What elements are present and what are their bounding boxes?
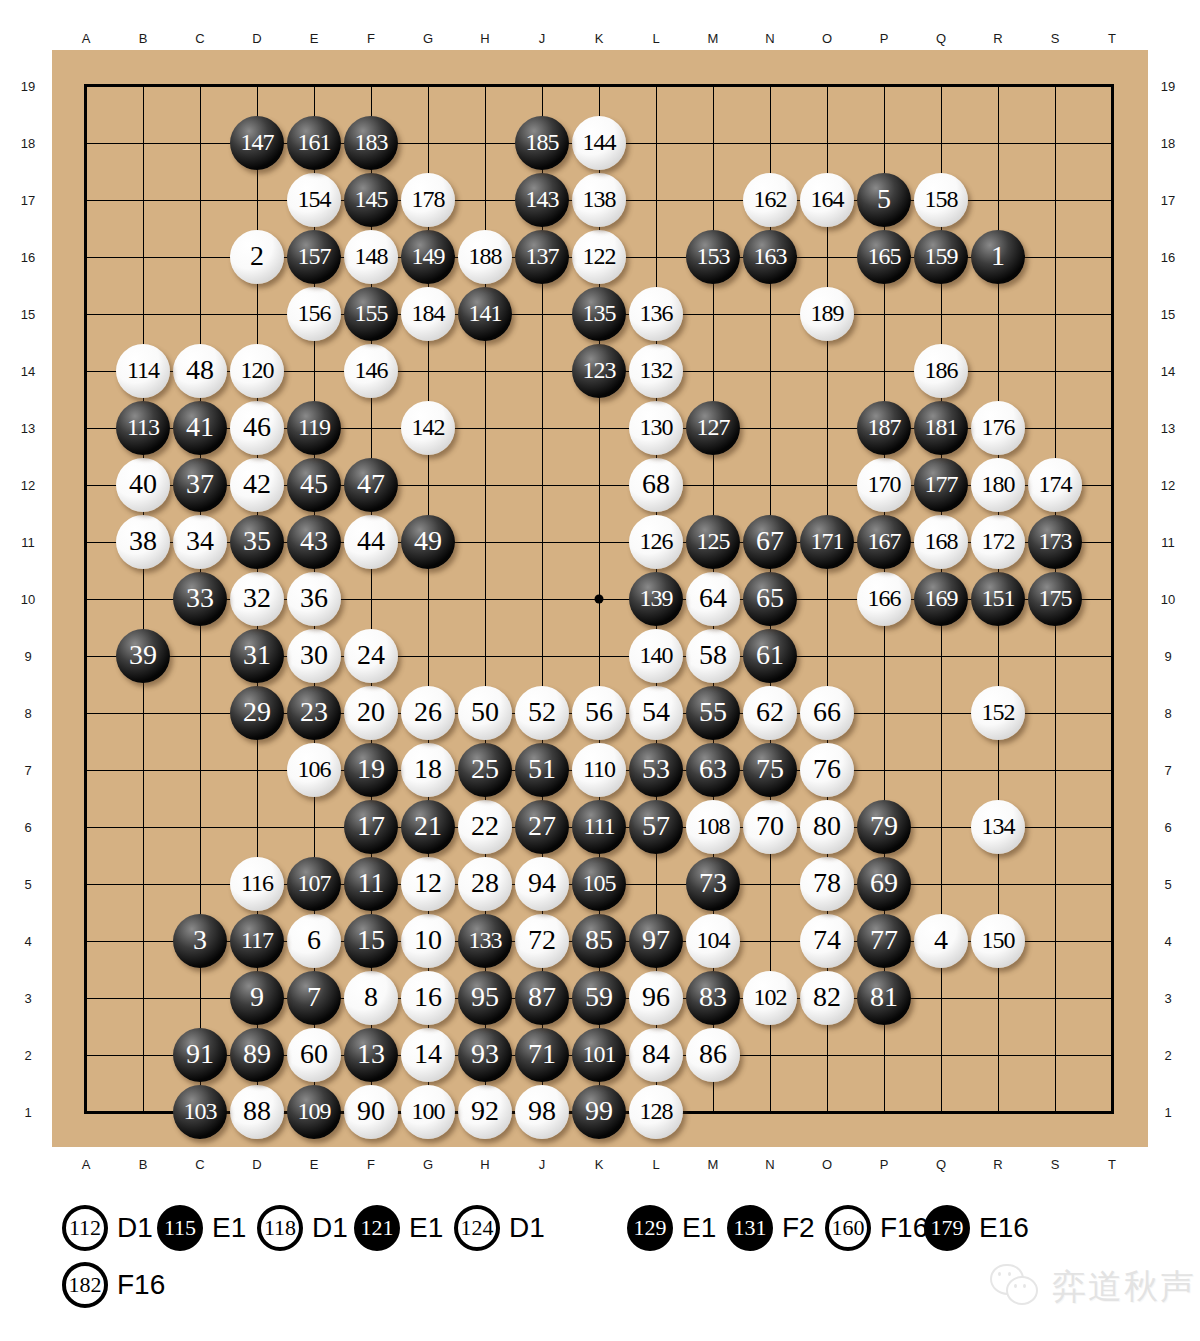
stone-L2-white: 84 [629, 1028, 683, 1082]
coord-label-bottom: C [195, 1157, 204, 1172]
stone-move-number: 49 [414, 527, 442, 555]
coord-label-bottom: S [1051, 1157, 1060, 1172]
stone-move-number: 88 [243, 1097, 271, 1125]
coord-label-top: J [539, 31, 546, 46]
coord-label-bottom: G [423, 1157, 433, 1172]
coord-label-top: L [652, 31, 659, 46]
stone-move-number: 175 [1039, 586, 1072, 610]
stone-F9-white: 24 [344, 629, 398, 683]
stone-move-number: 126 [640, 529, 673, 553]
stone-B14-white: 114 [116, 344, 170, 398]
stone-move-number: 125 [697, 529, 730, 553]
stone-move-number: 19 [357, 755, 385, 783]
stone-move-number: 162 [754, 187, 787, 211]
stone-move-number: 169 [925, 586, 958, 610]
coord-label-top: K [595, 31, 604, 46]
stone-move-number: 48 [186, 356, 214, 384]
stone-G2-white: 14 [401, 1028, 455, 1082]
coord-label-right: 10 [1161, 592, 1175, 607]
coord-label-top: F [367, 31, 375, 46]
coord-label-right: 3 [1164, 991, 1171, 1006]
stone-move-number: 104 [697, 928, 730, 952]
stone-M16-black: 153 [686, 230, 740, 284]
caption-coord-label: F16 [880, 1212, 928, 1244]
caption-coord-label: D1 [509, 1212, 545, 1244]
stone-move-number: 105 [583, 871, 616, 895]
coord-label-left: 12 [21, 478, 35, 493]
caption-coord-label: F16 [117, 1269, 165, 1301]
stone-N6-white: 70 [743, 800, 797, 854]
coord-label-bottom: M [708, 1157, 719, 1172]
stone-G4-white: 10 [401, 914, 455, 968]
watermark: 弈道秋声 [988, 1264, 1196, 1310]
caption-coord-label: E1 [212, 1212, 246, 1244]
stone-move-number: 165 [868, 244, 901, 268]
stone-C1-black: 103 [173, 1085, 227, 1139]
stone-move-number: 89 [243, 1040, 271, 1068]
stone-move-number: 109 [298, 1099, 331, 1123]
stone-move-number: 18 [414, 755, 442, 783]
stone-D14-white: 120 [230, 344, 284, 398]
stone-move-number: 137 [526, 244, 559, 268]
stone-move-number: 152 [982, 700, 1015, 724]
stone-K17-white: 138 [572, 173, 626, 227]
coord-label-left: 17 [21, 193, 35, 208]
caption-stone-124: 124 [454, 1205, 500, 1251]
stone-O17-white: 164 [800, 173, 854, 227]
stone-move-number: 178 [412, 187, 445, 211]
coord-label-left: 19 [21, 79, 35, 94]
coord-label-top: G [423, 31, 433, 46]
stone-K15-black: 135 [572, 287, 626, 341]
stone-E4-white: 6 [287, 914, 341, 968]
stone-E18-black: 161 [287, 116, 341, 170]
stone-N11-black: 67 [743, 515, 797, 569]
stone-K8-white: 56 [572, 686, 626, 740]
stone-D1-white: 88 [230, 1085, 284, 1139]
stone-O8-white: 66 [800, 686, 854, 740]
stone-F2-black: 13 [344, 1028, 398, 1082]
stone-D9-black: 31 [230, 629, 284, 683]
stone-move-number: 123 [583, 358, 616, 382]
stone-move-number: 55 [699, 698, 727, 726]
stone-move-number: 57 [642, 812, 670, 840]
stone-move-number: 84 [642, 1040, 670, 1068]
stone-move-number: 146 [355, 358, 388, 382]
stone-move-number: 72 [528, 926, 556, 954]
stone-move-number: 34 [186, 527, 214, 555]
stone-move-number: 159 [925, 244, 958, 268]
stone-move-number: 22 [471, 812, 499, 840]
stone-move-number: 4 [934, 926, 948, 954]
stone-move-number: 15 [357, 926, 385, 954]
coord-label-left: 15 [21, 307, 35, 322]
coord-label-top: S [1051, 31, 1060, 46]
coord-label-left: 6 [24, 820, 31, 835]
stone-move-number: 75 [756, 755, 784, 783]
stone-E15-white: 156 [287, 287, 341, 341]
coord-label-top: T [1108, 31, 1116, 46]
stone-C11-white: 34 [173, 515, 227, 569]
stone-H16-white: 188 [458, 230, 512, 284]
stone-H4-black: 133 [458, 914, 512, 968]
stone-L9-white: 140 [629, 629, 683, 683]
stone-M2-white: 86 [686, 1028, 740, 1082]
stone-J8-white: 52 [515, 686, 569, 740]
coord-label-bottom: H [480, 1157, 489, 1172]
stone-move-number: 140 [640, 643, 673, 667]
stone-move-number: 101 [583, 1042, 616, 1066]
stone-move-number: 28 [471, 869, 499, 897]
stone-move-number: 61 [756, 641, 784, 669]
stone-K6-black: 111 [572, 800, 626, 854]
watermark-text: 弈道秋声 [1052, 1264, 1196, 1310]
stone-move-number: 157 [298, 244, 331, 268]
stone-E5-black: 107 [287, 857, 341, 911]
coord-label-bottom: B [139, 1157, 148, 1172]
stone-move-number: 90 [357, 1097, 385, 1125]
stone-move-number: 43 [300, 527, 328, 555]
stone-M7-black: 63 [686, 743, 740, 797]
stone-P12-white: 170 [857, 458, 911, 512]
stone-move-number: 163 [754, 244, 787, 268]
coord-label-left: 10 [21, 592, 35, 607]
stone-move-number: 25 [471, 755, 499, 783]
stone-move-number: 81 [870, 983, 898, 1011]
stone-J5-white: 94 [515, 857, 569, 911]
stone-O4-white: 74 [800, 914, 854, 968]
stone-move-number: 8 [364, 983, 378, 1011]
stone-F1-white: 90 [344, 1085, 398, 1139]
stone-move-number: 108 [697, 814, 730, 838]
stone-G16-black: 149 [401, 230, 455, 284]
stone-move-number: 103 [184, 1099, 217, 1123]
stone-move-number: 180 [982, 472, 1015, 496]
stone-move-number: 71 [528, 1040, 556, 1068]
stone-K2-black: 101 [572, 1028, 626, 1082]
stone-L7-black: 53 [629, 743, 683, 797]
stone-move-number: 2 [250, 242, 264, 270]
caption-coord-label: D1 [312, 1212, 348, 1244]
stone-S11-black: 173 [1028, 515, 1082, 569]
caption-stone-118: 118 [257, 1205, 303, 1251]
stone-move-number: 97 [642, 926, 670, 954]
stone-S10-black: 175 [1028, 572, 1082, 626]
stone-P13-black: 187 [857, 401, 911, 455]
stone-F18-black: 183 [344, 116, 398, 170]
stone-E17-white: 154 [287, 173, 341, 227]
stone-move-number: 134 [982, 814, 1015, 838]
stone-move-number: 116 [241, 871, 273, 895]
stone-L6-black: 57 [629, 800, 683, 854]
coord-label-left: 14 [21, 364, 35, 379]
stone-move-number: 176 [982, 415, 1015, 439]
stone-E16-black: 157 [287, 230, 341, 284]
stone-P11-black: 167 [857, 515, 911, 569]
stone-move-number: 36 [300, 584, 328, 612]
coord-label-bottom: L [652, 1157, 659, 1172]
stone-E13-black: 119 [287, 401, 341, 455]
stone-L15-white: 136 [629, 287, 683, 341]
stone-move-number: 64 [699, 584, 727, 612]
stone-D11-black: 35 [230, 515, 284, 569]
stone-O11-black: 171 [800, 515, 854, 569]
stone-move-number: 82 [813, 983, 841, 1011]
stone-move-number: 171 [811, 529, 844, 553]
stone-move-number: 167 [868, 529, 901, 553]
stone-move-number: 83 [699, 983, 727, 1011]
stone-move-number: 183 [355, 130, 388, 154]
stone-move-number: 20 [357, 698, 385, 726]
stone-move-number: 122 [583, 244, 616, 268]
stone-L14-white: 132 [629, 344, 683, 398]
star-point-K10 [595, 595, 604, 604]
stone-move-number: 102 [754, 985, 787, 1009]
coord-label-top: A [82, 31, 91, 46]
stone-E10-white: 36 [287, 572, 341, 626]
stone-G3-white: 16 [401, 971, 455, 1025]
stone-move-number: 77 [870, 926, 898, 954]
stone-move-number: 95 [471, 983, 499, 1011]
stone-move-number: 6 [307, 926, 321, 954]
stone-move-number: 114 [127, 358, 159, 382]
stone-R10-black: 151 [971, 572, 1025, 626]
stone-move-number: 63 [699, 755, 727, 783]
stone-C13-black: 41 [173, 401, 227, 455]
stone-move-number: 170 [868, 472, 901, 496]
stone-C10-black: 33 [173, 572, 227, 626]
stone-move-number: 16 [414, 983, 442, 1011]
coord-label-left: 1 [24, 1105, 31, 1120]
coord-label-top: P [880, 31, 889, 46]
stone-N10-black: 65 [743, 572, 797, 626]
coord-label-right: 18 [1161, 136, 1175, 151]
caption-coord-label: E1 [682, 1212, 716, 1244]
stone-J3-black: 87 [515, 971, 569, 1025]
stone-M10-white: 64 [686, 572, 740, 626]
stone-F7-black: 19 [344, 743, 398, 797]
stone-move-number: 145 [355, 187, 388, 211]
caption-stone-121: 121 [354, 1205, 400, 1251]
stone-L12-white: 68 [629, 458, 683, 512]
stone-move-number: 60 [300, 1040, 328, 1068]
stone-move-number: 156 [298, 301, 331, 325]
stone-F12-black: 47 [344, 458, 398, 512]
stone-move-number: 68 [642, 470, 670, 498]
stone-move-number: 13 [357, 1040, 385, 1068]
stone-B13-black: 113 [116, 401, 170, 455]
stone-L13-white: 130 [629, 401, 683, 455]
stone-K14-black: 123 [572, 344, 626, 398]
stone-move-number: 136 [640, 301, 673, 325]
stone-H2-black: 93 [458, 1028, 512, 1082]
coord-label-right: 14 [1161, 364, 1175, 379]
stone-move-number: 23 [300, 698, 328, 726]
stone-N8-white: 62 [743, 686, 797, 740]
stone-E12-black: 45 [287, 458, 341, 512]
stone-R4-white: 150 [971, 914, 1025, 968]
stone-Q13-black: 181 [914, 401, 968, 455]
coord-label-right: 19 [1161, 79, 1175, 94]
stone-move-number: 144 [583, 130, 616, 154]
stone-O3-white: 82 [800, 971, 854, 1025]
coord-label-left: 11 [21, 535, 35, 550]
stone-move-number: 1 [991, 242, 1005, 270]
stone-E1-black: 109 [287, 1085, 341, 1139]
stone-R11-white: 172 [971, 515, 1025, 569]
caption-coord-label: F2 [782, 1212, 815, 1244]
caption-coord-label: D1 [117, 1212, 153, 1244]
stone-E11-black: 43 [287, 515, 341, 569]
coord-label-right: 11 [1161, 535, 1175, 550]
stone-N9-black: 61 [743, 629, 797, 683]
stone-O5-white: 78 [800, 857, 854, 911]
stone-C4-black: 3 [173, 914, 227, 968]
stone-G1-white: 100 [401, 1085, 455, 1139]
coord-label-right: 13 [1161, 421, 1175, 436]
page: { "game": "go", "board": { "size": 19, "… [0, 0, 1200, 1341]
stone-J4-white: 72 [515, 914, 569, 968]
stone-move-number: 29 [243, 698, 271, 726]
coord-label-left: 13 [21, 421, 35, 436]
coord-label-bottom: N [765, 1157, 774, 1172]
stone-move-number: 130 [640, 415, 673, 439]
stone-S12-white: 174 [1028, 458, 1082, 512]
stone-D18-black: 147 [230, 116, 284, 170]
stone-move-number: 119 [298, 415, 330, 439]
stone-E8-black: 23 [287, 686, 341, 740]
stone-F4-black: 15 [344, 914, 398, 968]
caption-stone-129: 129 [627, 1205, 673, 1251]
stone-P16-black: 165 [857, 230, 911, 284]
stone-M9-white: 58 [686, 629, 740, 683]
stone-P10-white: 166 [857, 572, 911, 626]
stone-move-number: 172 [982, 529, 1015, 553]
stone-move-number: 56 [585, 698, 613, 726]
stone-P3-black: 81 [857, 971, 911, 1025]
stone-move-number: 128 [640, 1099, 673, 1123]
coord-label-top: B [139, 31, 148, 46]
stone-move-number: 30 [300, 641, 328, 669]
stone-move-number: 21 [414, 812, 442, 840]
stone-D12-white: 42 [230, 458, 284, 512]
caption-stone-160: 160 [825, 1205, 871, 1251]
stone-B12-white: 40 [116, 458, 170, 512]
stone-D13-white: 46 [230, 401, 284, 455]
stone-move-number: 51 [528, 755, 556, 783]
stone-move-number: 42 [243, 470, 271, 498]
stone-move-number: 138 [583, 187, 616, 211]
stone-move-number: 50 [471, 698, 499, 726]
stone-move-number: 177 [925, 472, 958, 496]
stone-Q10-black: 169 [914, 572, 968, 626]
coord-label-top: M [708, 31, 719, 46]
stone-C14-white: 48 [173, 344, 227, 398]
stone-B11-white: 38 [116, 515, 170, 569]
stone-H5-white: 28 [458, 857, 512, 911]
stone-O7-white: 76 [800, 743, 854, 797]
stone-move-number: 47 [357, 470, 385, 498]
stone-J1-white: 98 [515, 1085, 569, 1139]
stone-R12-white: 180 [971, 458, 1025, 512]
stone-move-number: 135 [583, 301, 616, 325]
stone-L3-white: 96 [629, 971, 683, 1025]
stone-move-number: 80 [813, 812, 841, 840]
coord-label-left: 3 [24, 991, 31, 1006]
coord-label-left: 7 [24, 763, 31, 778]
stone-move-number: 32 [243, 584, 271, 612]
coord-label-top: H [480, 31, 489, 46]
stone-H3-black: 95 [458, 971, 512, 1025]
stone-R13-white: 176 [971, 401, 1025, 455]
stone-K4-black: 85 [572, 914, 626, 968]
stone-K5-black: 105 [572, 857, 626, 911]
stone-move-number: 69 [870, 869, 898, 897]
stone-Q14-white: 186 [914, 344, 968, 398]
stone-F15-black: 155 [344, 287, 398, 341]
stone-move-number: 27 [528, 812, 556, 840]
stone-M8-black: 55 [686, 686, 740, 740]
stone-move-number: 98 [528, 1097, 556, 1125]
stone-R16-black: 1 [971, 230, 1025, 284]
stone-move-number: 143 [526, 187, 559, 211]
stone-Q4-white: 4 [914, 914, 968, 968]
stone-move-number: 106 [298, 757, 331, 781]
coord-label-left: 18 [21, 136, 35, 151]
stone-move-number: 40 [129, 470, 157, 498]
coord-label-right: 1 [1164, 1105, 1171, 1120]
stone-O6-white: 80 [800, 800, 854, 854]
stone-move-number: 9 [250, 983, 264, 1011]
stone-P6-black: 79 [857, 800, 911, 854]
stone-move-number: 11 [358, 869, 385, 897]
stone-move-number: 99 [585, 1097, 613, 1125]
stone-Q17-white: 158 [914, 173, 968, 227]
stone-D5-white: 116 [230, 857, 284, 911]
coord-label-top: D [252, 31, 261, 46]
coord-label-bottom: Q [936, 1157, 946, 1172]
stone-move-number: 24 [357, 641, 385, 669]
stone-move-number: 3 [193, 926, 207, 954]
stone-move-number: 53 [642, 755, 670, 783]
stone-move-number: 58 [699, 641, 727, 669]
stone-F3-white: 8 [344, 971, 398, 1025]
stone-move-number: 127 [697, 415, 730, 439]
stone-move-number: 14 [414, 1040, 442, 1068]
caption-stone-115: 115 [157, 1205, 203, 1251]
stone-move-number: 181 [925, 415, 958, 439]
stone-move-number: 185 [526, 130, 559, 154]
stone-P17-black: 5 [857, 173, 911, 227]
stone-move-number: 107 [298, 871, 331, 895]
stone-H6-white: 22 [458, 800, 512, 854]
coord-label-bottom: R [993, 1157, 1002, 1172]
coord-label-bottom: A [82, 1157, 91, 1172]
caption-coord-label: E1 [409, 1212, 443, 1244]
caption-stone-179: 179 [924, 1205, 970, 1251]
stone-move-number: 133 [469, 928, 502, 952]
coord-label-top: N [765, 31, 774, 46]
stone-move-number: 166 [868, 586, 901, 610]
stone-move-number: 189 [811, 301, 844, 325]
stone-N17-white: 162 [743, 173, 797, 227]
coord-label-bottom: T [1108, 1157, 1116, 1172]
stone-move-number: 37 [186, 470, 214, 498]
stone-G5-white: 12 [401, 857, 455, 911]
stone-K7-white: 110 [572, 743, 626, 797]
stone-L11-white: 126 [629, 515, 683, 569]
stone-Q16-black: 159 [914, 230, 968, 284]
